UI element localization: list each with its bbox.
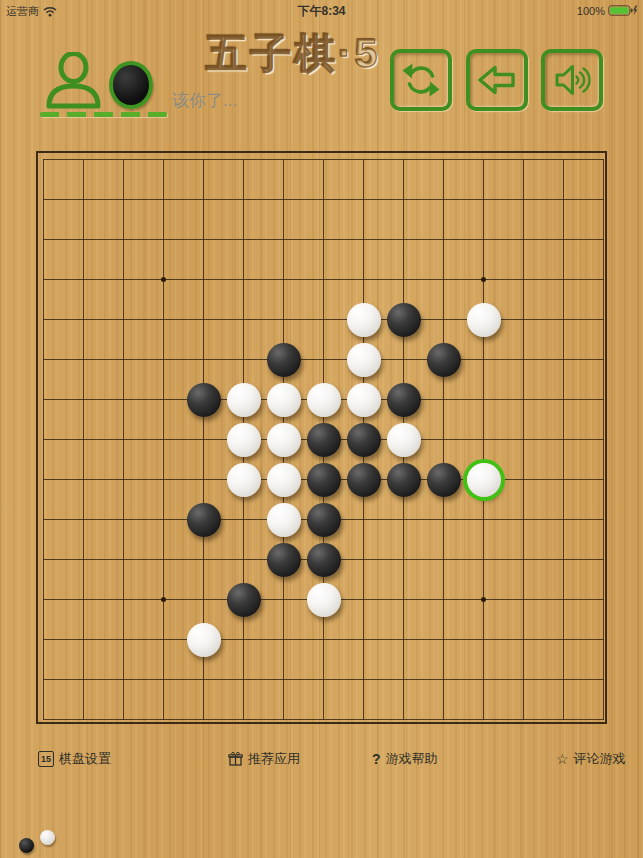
player-stone-black: [109, 61, 153, 109]
black-stone: [347, 423, 381, 457]
white-stone: [347, 303, 381, 337]
turn-status-text: 该你了...: [172, 89, 237, 112]
game-help-button[interactable]: ? 游戏帮助: [372, 750, 438, 768]
back-button[interactable]: [466, 49, 528, 111]
white-stone: [227, 383, 261, 417]
clock: 下午8:34: [0, 3, 643, 20]
game-help-label: 游戏帮助: [386, 750, 438, 768]
recommended-apps-label: 推荐应用: [248, 750, 300, 768]
star-point: [481, 277, 486, 282]
white-stone: [227, 463, 261, 497]
black-stone: [227, 583, 261, 617]
black-stone: [387, 303, 421, 337]
game-board: [36, 151, 607, 724]
battery-percent: 100%: [577, 5, 605, 17]
white-stone: [267, 383, 301, 417]
star-icon: ☆: [556, 751, 569, 767]
gift-icon: [228, 752, 243, 766]
black-stone: [187, 383, 221, 417]
status-bar: 运营商 下午8:34 100%: [0, 0, 643, 20]
black-stone: [387, 463, 421, 497]
white-stone: [347, 383, 381, 417]
white-stone: [267, 503, 301, 537]
black-stone: [427, 463, 461, 497]
decor-stone-black: [19, 838, 34, 853]
black-stone: [307, 423, 341, 457]
black-stone: [187, 503, 221, 537]
back-arrow-icon: [476, 60, 518, 100]
board-grid[interactable]: [24, 140, 624, 740]
battery-icon: [608, 4, 638, 17]
black-stone: [267, 343, 301, 377]
black-stone: [387, 383, 421, 417]
question-icon: ?: [372, 751, 381, 767]
white-stone: [467, 303, 501, 337]
restart-button[interactable]: [390, 49, 452, 111]
star-point: [161, 277, 166, 282]
speaker-icon: [551, 60, 593, 100]
board-settings-button[interactable]: 15 棋盘设置: [38, 750, 111, 768]
black-stone: [307, 543, 341, 577]
white-stone: [267, 463, 301, 497]
white-stone: [307, 583, 341, 617]
black-stone: [347, 463, 381, 497]
board-settings-label: 棋盘设置: [59, 750, 111, 768]
sound-button[interactable]: [541, 49, 603, 111]
recommended-apps-button[interactable]: 推荐应用: [228, 750, 300, 768]
star-point: [481, 597, 486, 602]
white-stone-last-move: [467, 463, 501, 497]
star-point: [161, 597, 166, 602]
rate-game-label: 评论游戏: [574, 750, 626, 768]
board-size-15-icon: 15: [38, 751, 54, 767]
white-stone: [227, 423, 261, 457]
decor-stone-white: [40, 830, 55, 845]
white-stone: [347, 343, 381, 377]
app-title: 五子棋·5: [206, 26, 380, 81]
black-stone: [427, 343, 461, 377]
white-stone: [387, 423, 421, 457]
charging-bolt-icon: [633, 6, 637, 16]
white-stone: [187, 623, 221, 657]
rate-game-button[interactable]: ☆ 评论游戏: [556, 750, 626, 768]
black-stone: [307, 503, 341, 537]
player-avatar-icon: [44, 52, 103, 110]
turn-indicator-underline: [40, 112, 167, 117]
restart-icon: [399, 58, 443, 102]
white-stone: [267, 423, 301, 457]
black-stone: [267, 543, 301, 577]
black-stone: [307, 463, 341, 497]
white-stone: [307, 383, 341, 417]
